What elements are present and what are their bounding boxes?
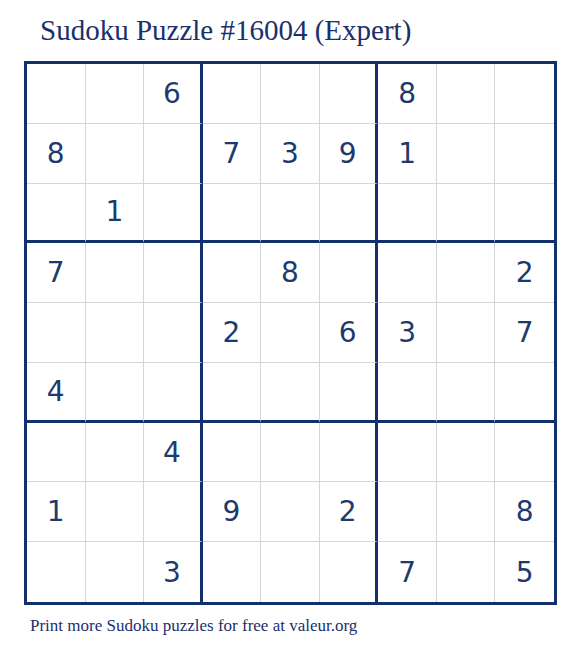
sudoku-cell	[261, 64, 320, 124]
sudoku-cell	[378, 363, 437, 423]
sudoku-cell	[86, 542, 145, 602]
sudoku-cell	[437, 542, 496, 602]
sudoku-cell	[27, 64, 86, 124]
sudoku-cell	[437, 423, 496, 483]
sudoku-cell	[203, 542, 262, 602]
sudoku-cell	[144, 363, 203, 423]
sudoku-cell	[437, 482, 496, 542]
sudoku-cell	[261, 303, 320, 363]
sudoku-cell	[27, 542, 86, 602]
sudoku-cell	[86, 124, 145, 184]
sudoku-cell: 4	[27, 363, 86, 423]
sudoku-cell: 6	[144, 64, 203, 124]
sudoku-cell: 8	[378, 64, 437, 124]
sudoku-cell	[27, 303, 86, 363]
sudoku-cell	[261, 482, 320, 542]
sudoku-cell: 8	[27, 124, 86, 184]
sudoku-cell	[203, 64, 262, 124]
sudoku-cell	[86, 482, 145, 542]
sudoku-cell	[86, 423, 145, 483]
sudoku-cell	[261, 423, 320, 483]
footer-text: Print more Sudoku puzzles for free at va…	[30, 615, 357, 637]
sudoku-cell: 8	[261, 243, 320, 303]
sudoku-cell: 4	[144, 423, 203, 483]
sudoku-cell	[495, 184, 554, 244]
sudoku-cell: 1	[378, 124, 437, 184]
sudoku-cell: 9	[320, 124, 379, 184]
sudoku-cell	[144, 243, 203, 303]
sudoku-cell	[495, 64, 554, 124]
sudoku-cell	[437, 124, 496, 184]
sudoku-cell	[144, 184, 203, 244]
sudoku-cell	[86, 64, 145, 124]
sudoku-cell	[437, 243, 496, 303]
sudoku-cell: 7	[27, 243, 86, 303]
sudoku-cell	[86, 243, 145, 303]
sudoku-cell	[86, 363, 145, 423]
sudoku-cell	[261, 363, 320, 423]
sudoku-cell	[378, 423, 437, 483]
sudoku-cell: 2	[320, 482, 379, 542]
sudoku-cell	[320, 184, 379, 244]
sudoku-cell	[320, 64, 379, 124]
sudoku-cell	[261, 542, 320, 602]
sudoku-cell	[27, 423, 86, 483]
sudoku-cell	[203, 363, 262, 423]
sudoku-cell: 6	[320, 303, 379, 363]
sudoku-cell	[27, 184, 86, 244]
sudoku-cell	[378, 243, 437, 303]
sudoku-cell	[203, 423, 262, 483]
sudoku-cell	[495, 124, 554, 184]
sudoku-cell	[261, 184, 320, 244]
sudoku-cell: 8	[495, 482, 554, 542]
sudoku-cell	[378, 184, 437, 244]
sudoku-cell	[86, 303, 145, 363]
page-root: Sudoku Puzzle #16004 (Expert) 6887391178…	[0, 0, 580, 651]
sudoku-cell	[203, 184, 262, 244]
sudoku-cell	[437, 303, 496, 363]
sudoku-cell: 9	[203, 482, 262, 542]
sudoku-cell	[495, 363, 554, 423]
sudoku-cell	[144, 303, 203, 363]
sudoku-cell	[437, 184, 496, 244]
sudoku-cell	[320, 542, 379, 602]
sudoku-cell	[144, 124, 203, 184]
sudoku-cell: 2	[203, 303, 262, 363]
page-title: Sudoku Puzzle #16004 (Expert)	[40, 12, 411, 48]
sudoku-cell	[437, 363, 496, 423]
sudoku-cell	[378, 482, 437, 542]
sudoku-cell: 3	[378, 303, 437, 363]
sudoku-grid: 688739117822637441928375	[24, 61, 557, 605]
sudoku-cell: 3	[261, 124, 320, 184]
sudoku-cell	[144, 482, 203, 542]
sudoku-cell	[495, 423, 554, 483]
sudoku-cell: 5	[495, 542, 554, 602]
sudoku-cell: 7	[378, 542, 437, 602]
sudoku-cell	[320, 423, 379, 483]
sudoku-cell	[437, 64, 496, 124]
sudoku-cell: 1	[27, 482, 86, 542]
sudoku-cell: 2	[495, 243, 554, 303]
sudoku-cell	[320, 243, 379, 303]
sudoku-cell: 7	[495, 303, 554, 363]
sudoku-cell: 3	[144, 542, 203, 602]
sudoku-cell: 1	[86, 184, 145, 244]
sudoku-cell	[320, 363, 379, 423]
sudoku-cell: 7	[203, 124, 262, 184]
sudoku-cell	[203, 243, 262, 303]
